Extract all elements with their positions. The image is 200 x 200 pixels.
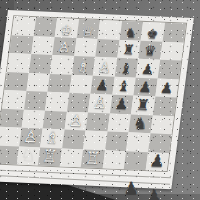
square-r3c3[interactable] — [69, 74, 93, 93]
square-r4c6[interactable]: ♜ — [131, 96, 155, 115]
black-rook[interactable]: ♜ — [131, 98, 154, 114]
square-r0c7[interactable] — [162, 23, 186, 42]
square-r3c4[interactable]: ♟ — [90, 75, 114, 94]
square-r1c0[interactable] — [9, 35, 33, 54]
square-r3c5[interactable]: ♝ — [112, 76, 136, 95]
square-r2c6[interactable]: ♟ — [136, 59, 160, 78]
square-r6c0[interactable] — [0, 127, 21, 146]
square-r1c1[interactable] — [31, 36, 55, 55]
white-rook[interactable]: ♖ — [38, 148, 62, 166]
black-knight[interactable]: ♞ — [129, 116, 153, 133]
square-r3c2[interactable] — [47, 73, 71, 92]
square-r4c4[interactable]: ♙ — [88, 94, 112, 113]
white-rook[interactable]: ♖ — [81, 150, 105, 168]
square-r3c0[interactable] — [5, 72, 29, 91]
square-r0c1[interactable] — [33, 17, 57, 36]
square-r7c1[interactable]: ♘ — [16, 146, 40, 165]
square-r2c7[interactable] — [157, 60, 181, 79]
square-r1c7[interactable] — [160, 41, 184, 60]
black-pawn[interactable]: ♟ — [145, 152, 169, 170]
white-king[interactable]: ♔ — [55, 23, 78, 37]
square-r5c0[interactable] — [0, 108, 24, 127]
square-r5c3[interactable]: ♙ — [64, 111, 88, 130]
white-queen[interactable]: ♕ — [76, 24, 99, 38]
square-r2c1[interactable] — [28, 54, 52, 73]
board-grid: ♔♕♞♚♙♜♛♗♙♝♟♟♝♟♟♙♟♜♙♞♙♗♘♖♖♟ — [0, 15, 187, 172]
square-r0c5[interactable]: ♞ — [119, 21, 143, 40]
square-r5c1[interactable] — [21, 109, 45, 128]
square-r7c2[interactable]: ♖ — [38, 147, 62, 166]
square-r5c4[interactable] — [86, 112, 110, 131]
square-r0c0[interactable] — [12, 16, 36, 35]
square-r7c6[interactable] — [124, 151, 148, 170]
square-r4c5[interactable]: ♟ — [109, 95, 133, 114]
square-r0c4[interactable] — [98, 20, 122, 39]
square-r4c0[interactable] — [2, 90, 26, 109]
square-r5c7[interactable] — [150, 115, 174, 134]
black-pawn[interactable]: ♟ — [155, 81, 178, 97]
offboard-black-pawn: ♟ — [145, 188, 163, 199]
black-bishop[interactable]: ♝ — [112, 79, 135, 95]
square-r1c3[interactable] — [74, 38, 98, 57]
square-r6c5[interactable] — [105, 131, 129, 150]
white-bishop[interactable]: ♗ — [72, 59, 95, 74]
square-r3c7[interactable]: ♟ — [155, 78, 179, 97]
black-pawn[interactable]: ♟ — [136, 62, 159, 77]
black-queen[interactable]: ♛ — [138, 44, 161, 58]
white-knight[interactable]: ♘ — [16, 147, 40, 165]
white-pawn[interactable]: ♙ — [19, 129, 43, 146]
square-r1c6[interactable]: ♛ — [138, 40, 162, 59]
square-r1c4[interactable] — [95, 38, 119, 57]
square-r0c6[interactable]: ♚ — [141, 22, 165, 41]
black-pawn[interactable]: ♟ — [134, 80, 157, 96]
black-king[interactable]: ♚ — [141, 26, 164, 40]
white-pawn[interactable]: ♙ — [52, 40, 75, 54]
square-r4c3[interactable] — [67, 93, 91, 112]
white-pawn[interactable]: ♙ — [88, 96, 111, 112]
square-r2c5[interactable]: ♝ — [114, 58, 138, 77]
white-bishop[interactable]: ♗ — [40, 130, 64, 147]
square-r4c2[interactable] — [45, 92, 69, 111]
black-bishop[interactable]: ♝ — [114, 61, 137, 76]
square-r6c3[interactable] — [62, 130, 86, 149]
square-r2c3[interactable]: ♗ — [71, 56, 95, 75]
chess-board: ♔♕♞♚♙♜♛♗♙♝♟♟♝♟♟♙♟♜♙♞♙♗♘♖♖♟ — [0, 10, 194, 189]
square-r0c2[interactable]: ♔ — [55, 18, 79, 37]
square-r7c4[interactable]: ♖ — [81, 149, 105, 168]
square-r7c5[interactable] — [102, 150, 126, 169]
white-pawn[interactable]: ♙ — [93, 60, 116, 75]
square-r2c4[interactable]: ♙ — [93, 57, 117, 76]
square-r7c3[interactable] — [59, 148, 83, 167]
chess-photo: ♔♕♞♚♙♜♛♗♙♝♟♟♝♟♟♙♟♜♙♞♙♗♘♖♖♟ ♟♟ — [0, 0, 200, 200]
square-r6c6[interactable] — [126, 132, 150, 151]
black-pawn[interactable]: ♟ — [110, 97, 133, 113]
square-r3c6[interactable]: ♟ — [133, 77, 157, 96]
white-pawn[interactable]: ♙ — [64, 113, 88, 130]
black-pawn[interactable]: ♟ — [91, 78, 114, 94]
square-r2c0[interactable] — [7, 53, 31, 72]
square-r2c2[interactable] — [50, 55, 74, 74]
square-r5c2[interactable] — [43, 110, 67, 129]
black-knight[interactable]: ♞ — [119, 25, 142, 39]
square-r0c3[interactable]: ♕ — [76, 19, 100, 38]
square-r3c1[interactable] — [26, 72, 50, 91]
square-r7c7[interactable]: ♟ — [145, 152, 169, 171]
square-r5c5[interactable] — [107, 113, 131, 132]
black-rook[interactable]: ♜ — [117, 43, 140, 57]
square-r4c1[interactable] — [24, 91, 48, 110]
offboard-black-pawn: ♟ — [122, 180, 140, 199]
square-r1c2[interactable]: ♙ — [52, 37, 76, 56]
square-r5c6[interactable]: ♞ — [129, 114, 153, 133]
square-r4c7[interactable] — [152, 96, 176, 115]
square-r1c5[interactable]: ♜ — [117, 39, 141, 58]
